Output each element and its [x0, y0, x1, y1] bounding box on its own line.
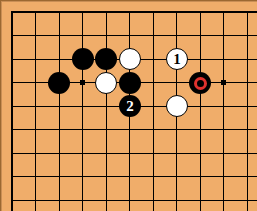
grid-line [82, 11, 83, 211]
star-point [221, 80, 226, 85]
move-number-label: 1 [173, 52, 181, 67]
grid-line [11, 35, 257, 36]
board-edge-line [11, 11, 13, 211]
stone-black [95, 48, 117, 70]
stone-black [48, 72, 70, 94]
stone-black [119, 72, 141, 94]
stone-white-move-1: 1 [166, 48, 188, 70]
go-diagram: 12 [0, 0, 257, 211]
grid-line [153, 11, 154, 211]
move-number-label: 2 [126, 99, 134, 114]
go-board: 12 [0, 0, 257, 211]
grid-line [35, 11, 36, 211]
grid-line [11, 153, 257, 154]
grid-line [247, 11, 248, 211]
grid-line [11, 200, 257, 201]
board-edge-line [11, 11, 257, 13]
grid-line [106, 11, 107, 211]
stone-black [72, 48, 94, 70]
grid-line [200, 11, 201, 211]
grid-line [59, 11, 60, 211]
star-point [80, 80, 85, 85]
stone-white [95, 72, 117, 94]
grid-line [223, 11, 224, 211]
stone-white [166, 95, 188, 117]
stone-black-circled [189, 72, 211, 94]
stone-white [119, 48, 141, 70]
circle-marker-icon [194, 77, 207, 90]
grid-line [11, 176, 257, 177]
grid-line [11, 129, 257, 130]
stone-black-move-2: 2 [119, 95, 141, 117]
